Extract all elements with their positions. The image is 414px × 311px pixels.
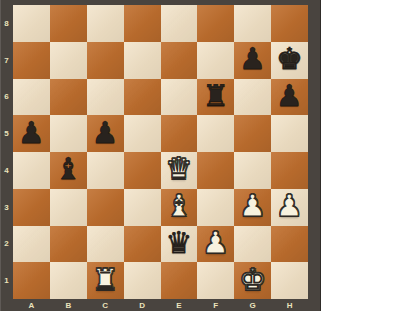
square-c1[interactable]: ♜ (87, 262, 124, 299)
black-queen[interactable]: ♛ (165, 228, 192, 258)
square-a4[interactable] (13, 152, 50, 189)
square-g5[interactable] (234, 115, 271, 152)
square-b8[interactable] (50, 5, 87, 42)
square-g3[interactable]: ♟ (234, 189, 271, 226)
square-a8[interactable] (13, 5, 50, 42)
square-c5[interactable]: ♟ (87, 115, 124, 152)
square-d1[interactable] (124, 262, 161, 299)
rank-label-6: 6 (0, 79, 13, 116)
rank-labels: 87654321 (0, 5, 13, 299)
square-c6[interactable] (87, 79, 124, 116)
square-f7[interactable] (197, 42, 234, 79)
square-c2[interactable] (87, 226, 124, 263)
file-label-a: A (13, 299, 50, 311)
rank-label-3: 3 (0, 189, 13, 226)
rank-label-4: 4 (0, 152, 13, 189)
square-d3[interactable] (124, 189, 161, 226)
square-h4[interactable] (271, 152, 308, 189)
square-d7[interactable] (124, 42, 161, 79)
black-pawn[interactable]: ♟ (18, 118, 45, 148)
square-g7[interactable]: ♟ (234, 42, 271, 79)
white-pawn[interactable]: ♟ (202, 228, 229, 258)
square-a1[interactable] (13, 262, 50, 299)
rank-label-8: 8 (0, 5, 13, 42)
square-b6[interactable] (50, 79, 87, 116)
square-a3[interactable] (13, 189, 50, 226)
square-a5[interactable]: ♟ (13, 115, 50, 152)
white-queen[interactable]: ♛ (165, 154, 192, 184)
file-label-f: F (197, 299, 234, 311)
square-g6[interactable] (234, 79, 271, 116)
square-b1[interactable] (50, 262, 87, 299)
square-d8[interactable] (124, 5, 161, 42)
file-label-c: C (87, 299, 124, 311)
white-pawn[interactable]: ♟ (276, 191, 303, 221)
square-h6[interactable]: ♟ (271, 79, 308, 116)
black-king[interactable]: ♚ (276, 44, 303, 74)
rank-label-1: 1 (0, 262, 13, 299)
square-h1[interactable] (271, 262, 308, 299)
square-g4[interactable] (234, 152, 271, 189)
black-pawn[interactable]: ♟ (276, 81, 303, 111)
square-f2[interactable]: ♟ (197, 226, 234, 263)
square-f3[interactable] (197, 189, 234, 226)
square-a7[interactable] (13, 42, 50, 79)
square-f5[interactable] (197, 115, 234, 152)
chess-board: 87654321 ♟♚♜♟♟♟♝♛♝♟♟♛♟♜♚ ABCDEFGH (0, 0, 321, 311)
square-h7[interactable]: ♚ (271, 42, 308, 79)
square-e8[interactable] (161, 5, 198, 42)
page-background: 87654321 ♟♚♜♟♟♟♝♛♝♟♟♛♟♜♚ ABCDEFGH (0, 0, 414, 311)
black-bishop[interactable]: ♝ (55, 154, 82, 184)
square-e3[interactable]: ♝ (161, 189, 198, 226)
square-f4[interactable] (197, 152, 234, 189)
square-e2[interactable]: ♛ (161, 226, 198, 263)
white-bishop[interactable]: ♝ (165, 191, 192, 221)
square-e4[interactable]: ♛ (161, 152, 198, 189)
square-e1[interactable] (161, 262, 198, 299)
square-a6[interactable] (13, 79, 50, 116)
square-g2[interactable] (234, 226, 271, 263)
square-g1[interactable]: ♚ (234, 262, 271, 299)
square-e7[interactable] (161, 42, 198, 79)
square-f8[interactable] (197, 5, 234, 42)
square-b7[interactable] (50, 42, 87, 79)
square-h3[interactable]: ♟ (271, 189, 308, 226)
black-pawn[interactable]: ♟ (92, 118, 119, 148)
square-h8[interactable] (271, 5, 308, 42)
square-e6[interactable] (161, 79, 198, 116)
file-labels: ABCDEFGH (13, 299, 308, 311)
square-d4[interactable] (124, 152, 161, 189)
square-b2[interactable] (50, 226, 87, 263)
rank-label-2: 2 (0, 226, 13, 263)
square-h2[interactable] (271, 226, 308, 263)
board-grid: ♟♚♜♟♟♟♝♛♝♟♟♛♟♜♚ (13, 5, 308, 299)
square-f6[interactable]: ♜ (197, 79, 234, 116)
square-f1[interactable] (197, 262, 234, 299)
square-d5[interactable] (124, 115, 161, 152)
white-pawn[interactable]: ♟ (239, 191, 266, 221)
square-d6[interactable] (124, 79, 161, 116)
square-b4[interactable]: ♝ (50, 152, 87, 189)
square-a2[interactable] (13, 226, 50, 263)
black-pawn[interactable]: ♟ (239, 44, 266, 74)
file-label-b: B (50, 299, 87, 311)
square-e5[interactable] (161, 115, 198, 152)
white-rook[interactable]: ♜ (92, 265, 119, 295)
file-label-h: H (271, 299, 308, 311)
rank-label-7: 7 (0, 42, 13, 79)
rank-label-5: 5 (0, 115, 13, 152)
file-label-d: D (124, 299, 161, 311)
square-c3[interactable] (87, 189, 124, 226)
square-b3[interactable] (50, 189, 87, 226)
square-c8[interactable] (87, 5, 124, 42)
black-rook[interactable]: ♜ (202, 81, 229, 111)
square-c7[interactable] (87, 42, 124, 79)
white-king[interactable]: ♚ (239, 265, 266, 295)
square-b5[interactable] (50, 115, 87, 152)
square-h5[interactable] (271, 115, 308, 152)
square-g8[interactable] (234, 5, 271, 42)
file-label-g: G (234, 299, 271, 311)
square-d2[interactable] (124, 226, 161, 263)
square-c4[interactable] (87, 152, 124, 189)
file-label-e: E (161, 299, 198, 311)
